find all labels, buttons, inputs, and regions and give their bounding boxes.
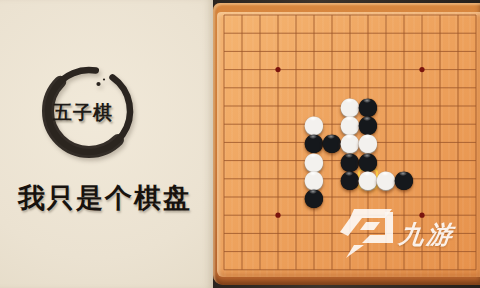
board-cell[interactable] xyxy=(287,115,305,133)
board-cell[interactable] xyxy=(269,6,287,24)
board-cell[interactable] xyxy=(269,242,287,260)
black-stone: ● xyxy=(304,185,325,209)
board-cell[interactable] xyxy=(377,115,395,133)
board-cell[interactable] xyxy=(233,6,251,24)
board-cell[interactable] xyxy=(233,115,251,133)
board-cell[interactable] xyxy=(233,242,251,260)
board-cell[interactable] xyxy=(467,261,480,279)
board-cell[interactable] xyxy=(233,133,251,151)
board-cell[interactable] xyxy=(323,224,341,242)
board-cell[interactable] xyxy=(431,79,449,97)
board-cell[interactable] xyxy=(305,224,323,242)
board-cell[interactable] xyxy=(341,42,359,60)
left-panel: 五子棋 我只是个棋盘 xyxy=(0,0,213,288)
board-cell[interactable] xyxy=(251,152,269,170)
board-cell[interactable] xyxy=(377,79,395,97)
board-cell[interactable] xyxy=(431,133,449,151)
board-cell[interactable] xyxy=(449,61,467,79)
board-cell[interactable] xyxy=(269,224,287,242)
board-cell[interactable] xyxy=(449,24,467,42)
board-cell[interactable] xyxy=(287,261,305,279)
board-cell[interactable] xyxy=(287,170,305,188)
board-cell[interactable] xyxy=(449,261,467,279)
board-cell[interactable] xyxy=(287,97,305,115)
board-cell[interactable] xyxy=(287,152,305,170)
board-cell[interactable] xyxy=(467,224,480,242)
board-cell[interactable] xyxy=(269,188,287,206)
board-cell[interactable] xyxy=(341,24,359,42)
board-cell[interactable] xyxy=(341,61,359,79)
board-cell[interactable] xyxy=(251,261,269,279)
board-cell[interactable] xyxy=(449,97,467,115)
board-cell[interactable] xyxy=(467,79,480,97)
board-cell[interactable] xyxy=(395,42,413,60)
board-cell[interactable] xyxy=(251,242,269,260)
board-cell[interactable] xyxy=(413,133,431,151)
board-cell[interactable] xyxy=(287,79,305,97)
board-cell[interactable] xyxy=(449,79,467,97)
board-cell[interactable] xyxy=(377,24,395,42)
board-cell[interactable] xyxy=(449,152,467,170)
board-cell[interactable] xyxy=(287,133,305,151)
board-cell[interactable] xyxy=(395,97,413,115)
board-cell[interactable] xyxy=(413,24,431,42)
board-cell[interactable] xyxy=(323,188,341,206)
board-cell[interactable] xyxy=(215,170,233,188)
board-cell[interactable] xyxy=(413,152,431,170)
board-cell[interactable] xyxy=(305,79,323,97)
board-cell[interactable] xyxy=(377,6,395,24)
board-cell[interactable] xyxy=(413,170,431,188)
black-stone: ● xyxy=(394,167,415,191)
board-cell[interactable] xyxy=(269,24,287,42)
board-cell[interactable] xyxy=(269,42,287,60)
gomoku-promo-banner: 五子棋 我只是个棋盘 ●●●●●●●●●●●●●●●●●● 九游 xyxy=(0,0,480,288)
watermark-brand-text: 九游 xyxy=(397,218,456,251)
board-cell[interactable] xyxy=(233,42,251,60)
board-cell[interactable] xyxy=(287,206,305,224)
board-cell[interactable] xyxy=(413,6,431,24)
board-cell[interactable] xyxy=(305,242,323,260)
board-cell[interactable] xyxy=(233,97,251,115)
board-cell[interactable] xyxy=(305,6,323,24)
board-cell[interactable] xyxy=(359,6,377,24)
board-cell[interactable] xyxy=(251,115,269,133)
board-cell[interactable] xyxy=(287,24,305,42)
board-cell[interactable] xyxy=(431,170,449,188)
board-cell[interactable] xyxy=(215,242,233,260)
board-cell[interactable] xyxy=(467,97,480,115)
board-cell[interactable]: ● xyxy=(323,133,341,151)
board-cell[interactable] xyxy=(215,152,233,170)
board-cell[interactable] xyxy=(467,133,480,151)
board-cell[interactable] xyxy=(449,188,467,206)
board-cell[interactable] xyxy=(233,188,251,206)
board-cell[interactable]: ● xyxy=(395,170,413,188)
board-cell[interactable] xyxy=(395,79,413,97)
board-cell[interactable] xyxy=(377,133,395,151)
board-cell[interactable] xyxy=(233,224,251,242)
board-cell[interactable] xyxy=(233,261,251,279)
board-cell[interactable] xyxy=(413,42,431,60)
board-cell[interactable] xyxy=(413,115,431,133)
board-cell[interactable] xyxy=(233,152,251,170)
board-cell[interactable] xyxy=(233,206,251,224)
board-cell[interactable] xyxy=(269,97,287,115)
9game-g-icon xyxy=(340,209,394,259)
board-cell[interactable]: ● xyxy=(341,170,359,188)
board-cell[interactable] xyxy=(287,61,305,79)
board-cell[interactable] xyxy=(215,79,233,97)
board-cell[interactable] xyxy=(467,152,480,170)
board-cell[interactable] xyxy=(215,133,233,151)
board-cell[interactable] xyxy=(413,188,431,206)
board-cell[interactable] xyxy=(431,42,449,60)
board-cell[interactable] xyxy=(287,224,305,242)
board-cell[interactable] xyxy=(251,79,269,97)
board-cell[interactable] xyxy=(467,170,480,188)
board-cell[interactable] xyxy=(251,206,269,224)
board-cell[interactable] xyxy=(269,170,287,188)
board-cell[interactable] xyxy=(251,170,269,188)
watermark: 九游 xyxy=(340,209,455,259)
board-cell[interactable] xyxy=(431,97,449,115)
board-cell[interactable]: ● xyxy=(377,170,395,188)
board-cell[interactable] xyxy=(305,261,323,279)
board-cell[interactable] xyxy=(269,133,287,151)
board-cell[interactable] xyxy=(467,42,480,60)
board-cell[interactable] xyxy=(431,188,449,206)
board-cell[interactable] xyxy=(377,42,395,60)
board-cell[interactable] xyxy=(269,152,287,170)
board-cell[interactable] xyxy=(233,24,251,42)
gomoku-board: ●●●●●●●●●●●●●●●●●● 九游 xyxy=(213,0,480,288)
board-cell[interactable] xyxy=(323,79,341,97)
board-cell[interactable] xyxy=(359,61,377,79)
board-cell[interactable] xyxy=(467,61,480,79)
board-cell[interactable] xyxy=(341,6,359,24)
board-cell[interactable] xyxy=(359,24,377,42)
board-cell[interactable] xyxy=(467,206,480,224)
board-cell[interactable] xyxy=(431,261,449,279)
board-cell[interactable] xyxy=(467,24,480,42)
board-cell[interactable] xyxy=(431,115,449,133)
board-cell[interactable] xyxy=(215,206,233,224)
logo-title: 五子棋 xyxy=(40,100,126,126)
board-cell[interactable] xyxy=(449,115,467,133)
board-cell[interactable] xyxy=(215,6,233,24)
board-cell[interactable] xyxy=(323,206,341,224)
board-cell[interactable] xyxy=(269,79,287,97)
board-cell[interactable] xyxy=(215,61,233,79)
board-cell[interactable] xyxy=(467,188,480,206)
board-cell[interactable] xyxy=(467,115,480,133)
board-cell[interactable] xyxy=(215,224,233,242)
board-cell[interactable] xyxy=(215,42,233,60)
board-cell[interactable] xyxy=(215,115,233,133)
board-cell[interactable] xyxy=(215,24,233,42)
board-cell[interactable]: ● xyxy=(359,170,377,188)
board-cell[interactable] xyxy=(377,261,395,279)
board-cell[interactable] xyxy=(467,6,480,24)
board-cell[interactable] xyxy=(323,61,341,79)
board-cell[interactable] xyxy=(251,97,269,115)
board-cell[interactable] xyxy=(269,115,287,133)
board-cell[interactable] xyxy=(287,6,305,24)
board-cell[interactable] xyxy=(359,261,377,279)
board-cell[interactable] xyxy=(269,261,287,279)
board-cell[interactable]: ● xyxy=(305,188,323,206)
board-cell[interactable] xyxy=(287,242,305,260)
board-cell[interactable] xyxy=(233,79,251,97)
board-cell[interactable] xyxy=(251,188,269,206)
board-cell[interactable] xyxy=(413,79,431,97)
board-cell[interactable] xyxy=(287,188,305,206)
board-cell[interactable] xyxy=(287,42,305,60)
board-cell[interactable] xyxy=(323,42,341,60)
board-cell[interactable] xyxy=(233,170,251,188)
board-cell[interactable] xyxy=(359,42,377,60)
board-cell[interactable] xyxy=(323,97,341,115)
board-cell[interactable] xyxy=(413,61,431,79)
board-cell[interactable] xyxy=(233,61,251,79)
board-cell[interactable] xyxy=(395,133,413,151)
board-cell[interactable] xyxy=(467,242,480,260)
board-cell[interactable] xyxy=(251,224,269,242)
board-cell[interactable] xyxy=(431,61,449,79)
board-cell[interactable] xyxy=(215,261,233,279)
board-cell[interactable] xyxy=(251,42,269,60)
board-cell[interactable] xyxy=(269,206,287,224)
board-cell[interactable] xyxy=(449,42,467,60)
board-cell[interactable] xyxy=(431,6,449,24)
board-cell[interactable] xyxy=(431,152,449,170)
board-cell[interactable] xyxy=(251,61,269,79)
slogan-text: 我只是个棋盘 xyxy=(2,180,208,216)
board-cell[interactable] xyxy=(305,42,323,60)
board-cell[interactable] xyxy=(251,6,269,24)
board-cell[interactable] xyxy=(269,61,287,79)
board-cell[interactable] xyxy=(215,188,233,206)
board-cell[interactable] xyxy=(377,97,395,115)
board-cell[interactable] xyxy=(449,170,467,188)
board-cell[interactable] xyxy=(449,133,467,151)
board-cell[interactable] xyxy=(395,6,413,24)
board-cell[interactable] xyxy=(251,24,269,42)
board-cell[interactable] xyxy=(305,61,323,79)
board-cell[interactable] xyxy=(395,61,413,79)
board-cell[interactable] xyxy=(323,242,341,260)
board-cell[interactable] xyxy=(395,115,413,133)
board-cell[interactable] xyxy=(251,133,269,151)
board-cell[interactable] xyxy=(395,261,413,279)
board-cell[interactable] xyxy=(323,170,341,188)
board-cell[interactable] xyxy=(323,261,341,279)
board-cell[interactable] xyxy=(341,261,359,279)
board-cell[interactable] xyxy=(413,97,431,115)
board-cell[interactable] xyxy=(449,6,467,24)
board-cell[interactable] xyxy=(413,261,431,279)
board-cell[interactable] xyxy=(215,97,233,115)
board-cell[interactable] xyxy=(305,24,323,42)
board-cell[interactable] xyxy=(323,24,341,42)
board-cell[interactable] xyxy=(431,24,449,42)
ink-splash-dot xyxy=(96,82,100,86)
board-cell[interactable] xyxy=(395,24,413,42)
board-cell[interactable] xyxy=(323,6,341,24)
board-cell[interactable] xyxy=(377,61,395,79)
